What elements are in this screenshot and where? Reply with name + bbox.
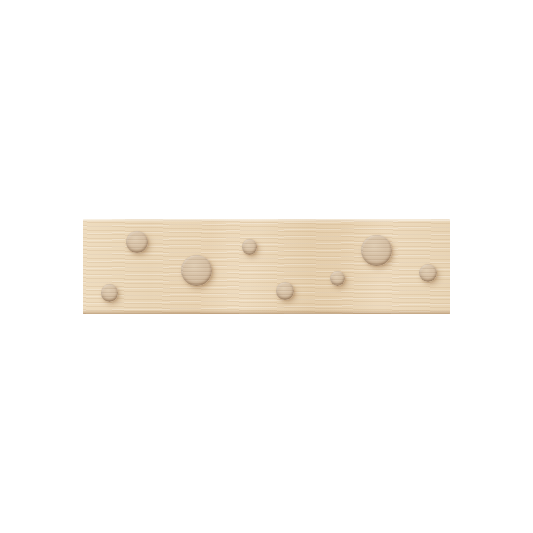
- wooden-peg: [419, 264, 437, 282]
- wooden-peg: [361, 235, 392, 266]
- pegs-layer: [0, 0, 533, 533]
- wooden-peg: [276, 282, 294, 300]
- coat-rack-product-photo: [0, 0, 533, 533]
- wooden-peg: [101, 284, 118, 301]
- wooden-peg: [242, 239, 257, 254]
- wooden-peg: [330, 271, 345, 286]
- wooden-peg: [181, 255, 212, 286]
- wooden-peg: [126, 231, 148, 253]
